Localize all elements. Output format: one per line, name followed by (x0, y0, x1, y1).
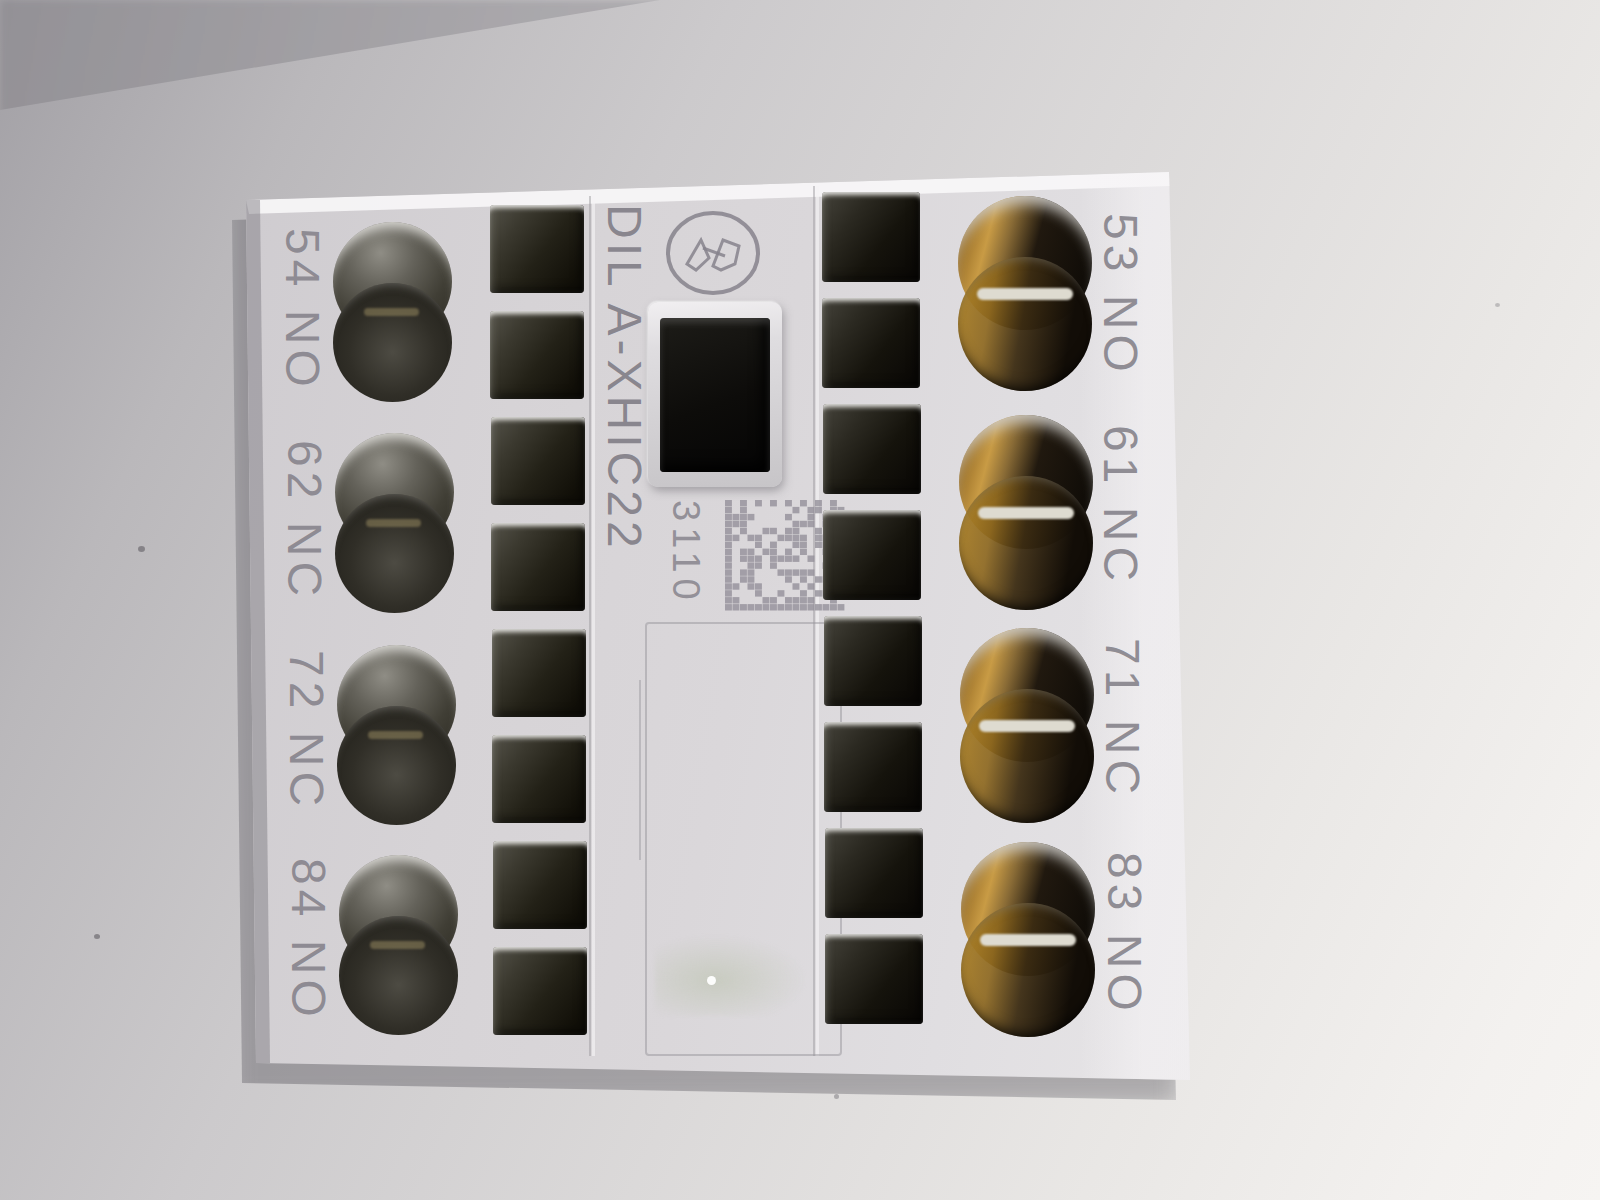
molding-ridge-shadow (589, 196, 591, 1056)
surface-speck (834, 1094, 839, 1099)
terminal-hole-54 (333, 222, 452, 402)
printed-label-frame (645, 622, 842, 1056)
terminal-hole-62 (335, 433, 454, 613)
paint-fleck (707, 976, 716, 985)
screw-opening (823, 510, 921, 600)
terminal-hole-84 (339, 855, 458, 1035)
screw-opening (493, 841, 587, 929)
terminal-label-61-nc: 61 NC (1093, 425, 1148, 586)
surface-smudge (655, 936, 805, 1016)
surface-speck (138, 546, 145, 552)
terminal-hole-53 (958, 196, 1092, 391)
terminal-label-71-nc: 71 NC (1095, 638, 1150, 799)
terminal-label-54-no: 54 NO (275, 228, 330, 392)
surface-edge-shadow (0, 0, 700, 130)
screw-opening (490, 311, 584, 399)
screw-opening (824, 722, 922, 812)
center-window-opening (660, 318, 770, 472)
center-window-bezel (648, 302, 782, 487)
terminal-hole-83 (961, 842, 1095, 1037)
screw-opening (824, 616, 922, 706)
terminal-label-83-no: 83 NO (1097, 852, 1152, 1016)
surface-speck (94, 934, 100, 939)
terminal-hole-71 (960, 628, 1094, 823)
screw-opening (493, 947, 587, 1035)
terminal-hole-61 (959, 415, 1093, 610)
terminal-label-84-no: 84 NO (281, 858, 336, 1022)
type-code-marking: 3110 (664, 500, 707, 606)
auxiliary-contact-module: 54 NO 62 NC 72 NC 84 NO DIL A-XHIC22 (240, 166, 1196, 1088)
terminal-label-53-no: 53 NO (1093, 213, 1148, 377)
screw-opening (825, 828, 923, 918)
screw-opening (492, 735, 586, 823)
screw-opening (490, 205, 584, 293)
screw-opening (492, 629, 586, 717)
oval-certification-mark-icon (663, 206, 763, 302)
screw-opening (822, 192, 920, 282)
terminal-label-72-nc: 72 NC (279, 650, 334, 811)
screw-opening (491, 523, 585, 611)
photo-stage: 54 NO 62 NC 72 NC 84 NO DIL A-XHIC22 (0, 0, 1600, 1200)
screw-opening (823, 404, 921, 494)
surface-scratch (639, 680, 641, 860)
terminal-label-62-nc: 62 NC (277, 440, 332, 601)
screw-opening (822, 298, 920, 388)
surface-speck (1495, 303, 1500, 307)
terminal-hole-72 (337, 645, 456, 825)
model-marking: DIL A-XHIC22 (597, 204, 652, 552)
screw-opening (491, 417, 585, 505)
screw-opening (825, 934, 923, 1024)
molding-ridge (592, 196, 595, 1056)
